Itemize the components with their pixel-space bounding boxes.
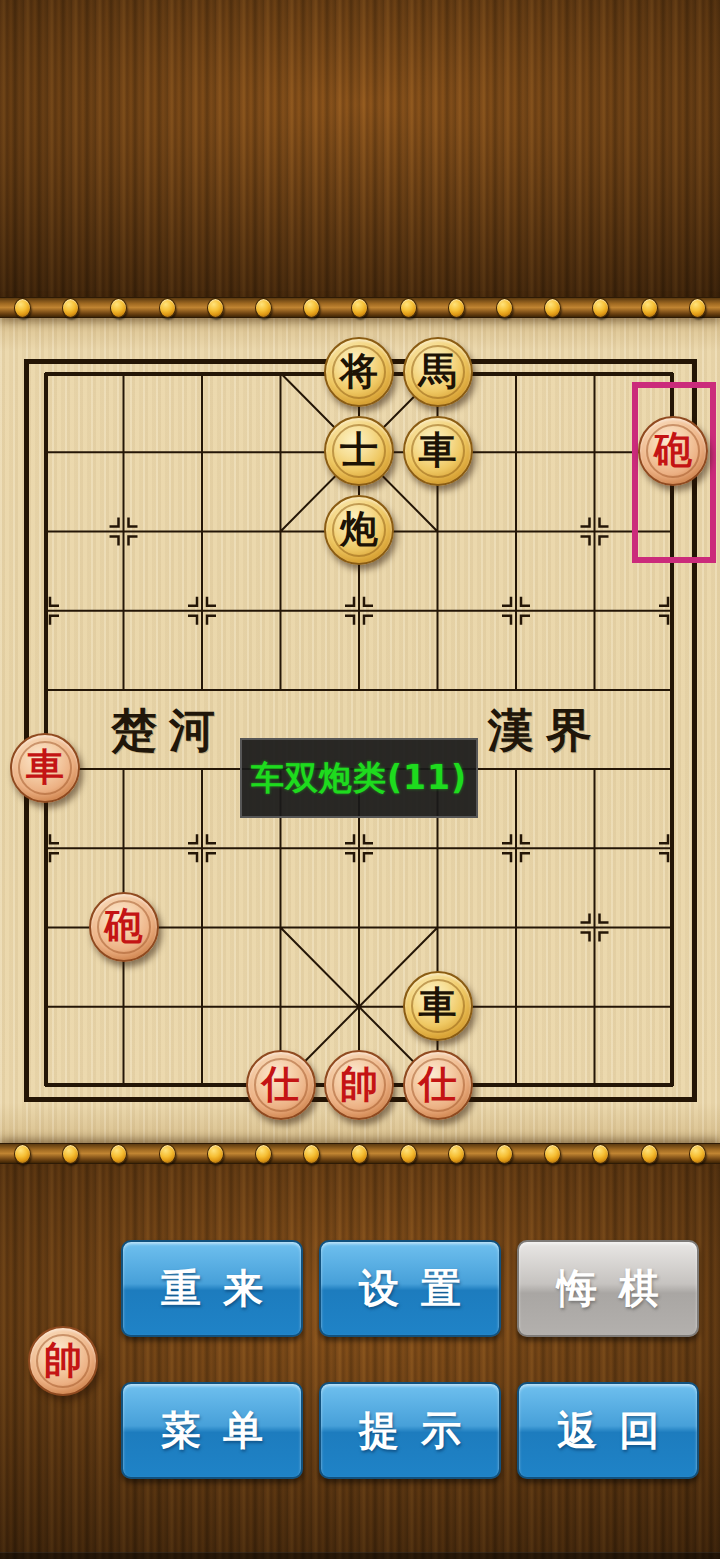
back-button-label: 返回	[535, 1403, 681, 1458]
piece-character: 仕	[262, 1065, 300, 1103]
top-studded-rail	[0, 297, 720, 318]
black-chariot-piece[interactable]: 車	[403, 971, 473, 1041]
black-advisor-piece[interactable]: 士	[324, 416, 394, 486]
piece-character: 仕	[419, 1065, 457, 1103]
undo-button-label: 悔棋	[535, 1261, 681, 1316]
gold-stud-icon	[62, 298, 79, 318]
piece-character: 炮	[340, 510, 378, 548]
gold-stud-icon	[207, 1144, 224, 1164]
turn-indicator-red-general: 帥	[28, 1326, 98, 1396]
undo-button[interactable]: 悔棋	[517, 1240, 699, 1337]
gold-stud-icon	[689, 298, 706, 318]
red-cannon-piece[interactable]: 砲	[89, 892, 159, 962]
piece-character: 帥	[340, 1065, 378, 1103]
gold-stud-icon	[592, 1144, 609, 1164]
red-general-piece[interactable]: 帥	[324, 1050, 394, 1120]
gold-stud-icon	[544, 1144, 561, 1164]
settings-button-label: 设置	[337, 1261, 483, 1316]
red-chariot-piece[interactable]: 車	[10, 733, 80, 803]
gold-stud-icon	[159, 1144, 176, 1164]
black-horse-piece[interactable]: 馬	[403, 337, 473, 407]
red-advisor-piece[interactable]: 仕	[403, 1050, 473, 1120]
river-label-left: 楚河	[111, 700, 227, 762]
gold-stud-icon	[110, 298, 127, 318]
gold-stud-icon	[207, 298, 224, 318]
gold-stud-icon	[689, 1144, 706, 1164]
back-button[interactable]: 返回	[517, 1382, 699, 1479]
gold-stud-icon	[544, 298, 561, 318]
piece-character: 車	[419, 986, 457, 1024]
menu-button-label: 菜单	[139, 1403, 285, 1458]
bottom-studded-rail	[0, 1143, 720, 1164]
black-cannon-piece[interactable]: 炮	[324, 495, 394, 565]
gold-stud-icon	[496, 1144, 513, 1164]
gold-stud-icon	[62, 1144, 79, 1164]
piece-character: 車	[419, 431, 457, 469]
red-advisor-piece[interactable]: 仕	[246, 1050, 316, 1120]
gold-stud-icon	[255, 298, 272, 318]
xiangqi-app-screen: 楚河 漢界 将馬士車砲炮車砲車仕帥仕 车双炮类(11) 重来 设置 悔棋 菜单 …	[0, 0, 720, 1559]
red-cannon-piece[interactable]: 砲	[638, 416, 708, 486]
gold-stud-icon	[110, 1144, 127, 1164]
piece-character: 砲	[105, 907, 143, 945]
black-chariot-piece[interactable]: 車	[403, 416, 473, 486]
top-wood-panel	[0, 0, 720, 298]
gold-stud-icon	[592, 298, 609, 318]
hint-button-label: 提示	[337, 1403, 483, 1458]
piece-character: 士	[340, 431, 378, 469]
gold-stud-icon	[400, 298, 417, 318]
piece-character: 車	[26, 748, 64, 786]
black-general-piece[interactable]: 将	[324, 337, 394, 407]
gold-stud-icon	[641, 1144, 658, 1164]
gold-stud-icon	[641, 298, 658, 318]
system-nav-strip	[0, 1552, 720, 1559]
gold-stud-icon	[159, 298, 176, 318]
gold-stud-icon	[400, 1144, 417, 1164]
piece-character: 馬	[419, 352, 457, 390]
gold-stud-icon	[255, 1144, 272, 1164]
game-button-area: 重来 设置 悔棋 菜单 提示 返回	[121, 1240, 699, 1479]
menu-button[interactable]: 菜单	[121, 1382, 303, 1479]
piece-character: 将	[340, 352, 378, 390]
river-label-right: 漢界	[488, 700, 604, 762]
turn-indicator-label: 帥	[44, 1341, 82, 1379]
gold-stud-icon	[448, 298, 465, 318]
hint-button[interactable]: 提示	[319, 1382, 501, 1479]
piece-character: 砲	[654, 431, 692, 469]
gold-stud-icon	[14, 1144, 31, 1164]
category-toast: 车双炮类(11)	[240, 738, 478, 818]
restart-button[interactable]: 重来	[121, 1240, 303, 1337]
gold-stud-icon	[448, 1144, 465, 1164]
gold-stud-icon	[351, 1144, 368, 1164]
gold-stud-icon	[303, 298, 320, 318]
gold-stud-icon	[303, 1144, 320, 1164]
gold-stud-icon	[351, 298, 368, 318]
gold-stud-icon	[14, 298, 31, 318]
restart-button-label: 重来	[139, 1261, 285, 1316]
settings-button[interactable]: 设置	[319, 1240, 501, 1337]
gold-stud-icon	[496, 298, 513, 318]
